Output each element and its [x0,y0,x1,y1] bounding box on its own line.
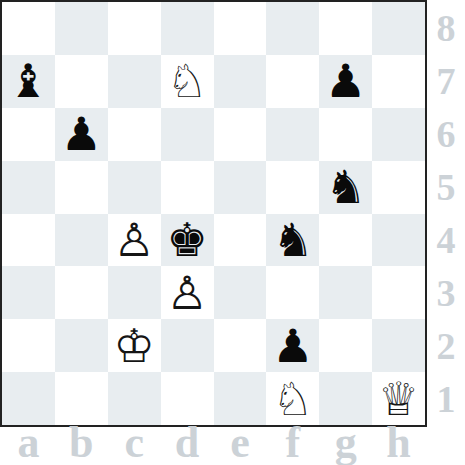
square-h3[interactable] [372,266,425,319]
square-a7[interactable]: ♝ [2,55,55,108]
rank-label-2: 2 [427,319,465,372]
square-f6[interactable] [266,108,319,161]
file-label-g: g [319,427,372,465]
black-bishop-a7: ♝ [8,58,49,104]
chess-board: ♝♘♟♟♞♙♚♞♙♔♟♘♕ [0,0,427,427]
square-d7[interactable]: ♘ [161,55,214,108]
file-label-f: f [266,427,319,465]
square-c6[interactable] [108,108,161,161]
rank-label-4: 4 [427,214,465,267]
square-h5[interactable] [372,161,425,214]
white-queen-h1: ♕ [378,376,419,422]
file-label-a: a [2,427,55,465]
square-a2[interactable] [2,319,55,372]
square-e4[interactable] [214,214,267,267]
black-knight-f4: ♞ [272,217,313,263]
square-g2[interactable] [319,319,372,372]
square-b4[interactable] [55,214,108,267]
rank-label-3: 3 [427,266,465,319]
file-labels: abcdefgh [2,427,425,465]
square-b5[interactable] [55,161,108,214]
square-f7[interactable] [266,55,319,108]
square-h6[interactable] [372,108,425,161]
square-b7[interactable] [55,55,108,108]
square-h2[interactable] [372,319,425,372]
square-e8[interactable] [214,2,267,55]
square-b3[interactable] [55,266,108,319]
square-e3[interactable] [214,266,267,319]
rank-label-6: 6 [427,108,465,161]
rank-labels: 87654321 [427,2,465,425]
square-c5[interactable] [108,161,161,214]
square-c7[interactable] [108,55,161,108]
rank-label-8: 8 [427,2,465,55]
square-d2[interactable] [161,319,214,372]
square-h7[interactable] [372,55,425,108]
square-d4[interactable]: ♚ [161,214,214,267]
square-a4[interactable] [2,214,55,267]
square-e6[interactable] [214,108,267,161]
file-label-c: c [108,427,161,465]
file-label-e: e [214,427,267,465]
rank-label-7: 7 [427,55,465,108]
square-h4[interactable] [372,214,425,267]
file-label-d: d [161,427,214,465]
square-d3[interactable]: ♙ [161,266,214,319]
square-b8[interactable] [55,2,108,55]
square-c3[interactable] [108,266,161,319]
white-pawn-c4: ♙ [114,217,155,263]
square-d5[interactable] [161,161,214,214]
square-d6[interactable] [161,108,214,161]
file-label-b: b [55,427,108,465]
square-f2[interactable]: ♟ [266,319,319,372]
rank-label-5: 5 [427,161,465,214]
square-f4[interactable]: ♞ [266,214,319,267]
square-c2[interactable]: ♔ [108,319,161,372]
square-d8[interactable] [161,2,214,55]
file-label-h: h [372,427,425,465]
rank-label-1: 1 [427,372,465,425]
black-pawn-f2: ♟ [272,323,313,369]
square-b6[interactable]: ♟ [55,108,108,161]
chess-diagram: ♝♘♟♟♞♙♚♞♙♔♟♘♕ 87654321 abcdefgh [0,0,465,465]
black-pawn-b6: ♟ [61,111,102,157]
square-g4[interactable] [319,214,372,267]
square-g5[interactable]: ♞ [319,161,372,214]
square-a8[interactable] [2,2,55,55]
square-a5[interactable] [2,161,55,214]
square-g7[interactable]: ♟ [319,55,372,108]
square-b2[interactable] [55,319,108,372]
square-g6[interactable] [319,108,372,161]
square-f3[interactable] [266,266,319,319]
square-f8[interactable] [266,2,319,55]
black-pawn-g7: ♟ [325,58,366,104]
white-knight-f1: ♘ [272,376,313,422]
black-knight-g5: ♞ [325,164,366,210]
square-e2[interactable] [214,319,267,372]
square-c8[interactable] [108,2,161,55]
square-g8[interactable] [319,2,372,55]
square-c4[interactable]: ♙ [108,214,161,267]
square-g3[interactable] [319,266,372,319]
square-h8[interactable] [372,2,425,55]
square-e5[interactable] [214,161,267,214]
square-a6[interactable] [2,108,55,161]
square-a3[interactable] [2,266,55,319]
white-king-c2: ♔ [114,323,155,369]
white-knight-d7: ♘ [166,58,207,104]
square-e7[interactable] [214,55,267,108]
square-f5[interactable] [266,161,319,214]
black-king-d4: ♚ [166,217,207,263]
white-pawn-d3: ♙ [166,270,207,316]
